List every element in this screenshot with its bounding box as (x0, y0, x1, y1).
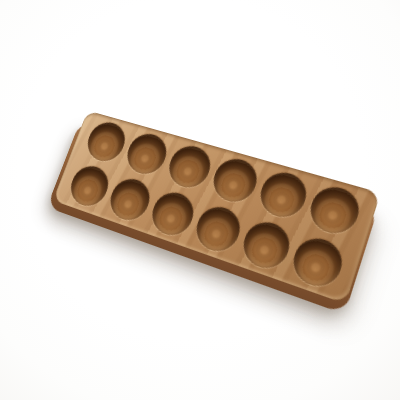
pit-far-2[interactable] (121, 130, 171, 179)
pit-near-1[interactable] (65, 162, 113, 211)
pit-far-4[interactable] (207, 154, 261, 207)
pit-near-4[interactable] (191, 202, 246, 257)
mancala-board (53, 110, 381, 303)
pit-near-6[interactable] (287, 232, 347, 292)
pit-far-3[interactable] (163, 142, 215, 193)
pit-near-5[interactable] (237, 217, 294, 274)
pit-far-6[interactable] (304, 182, 364, 239)
pit-near-3[interactable] (146, 187, 198, 240)
pit-far-5[interactable] (254, 168, 311, 223)
pit-far-1[interactable] (82, 119, 130, 166)
photo-background (0, 0, 400, 400)
pit-near-2[interactable] (105, 174, 155, 225)
board-surface (53, 110, 381, 303)
pit-grid (53, 110, 381, 303)
